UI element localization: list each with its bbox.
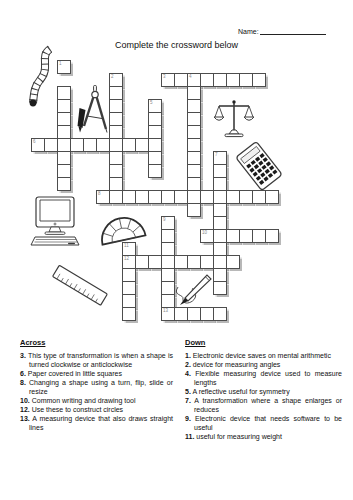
grid-cell[interactable] [174,307,188,321]
grid-cell[interactable] [213,190,227,204]
grid-cell[interactable] [213,242,227,256]
clue-item: 10. Common writing and drawing tool [20,396,173,405]
grid-cell[interactable] [96,138,110,152]
grid-cell[interactable] [57,125,71,139]
tape-measure-icon [27,44,57,108]
grid-cell[interactable]: 1 [57,60,71,74]
clue-item: 8. Changing a shape using a turn, flip, … [20,378,173,396]
grid-cell[interactable] [226,229,240,243]
name-underline[interactable] [260,27,326,35]
grid-cell[interactable] [109,177,123,191]
grid-cell[interactable] [148,138,162,152]
grid-cell[interactable] [57,86,71,100]
grid-cell[interactable]: 10 [200,229,214,243]
name-label: Name: [238,28,259,35]
grid-cell[interactable] [187,177,201,191]
grid-cell[interactable] [83,138,97,152]
grid-cell[interactable] [57,112,71,126]
clue-item: 2. device for measuring angles [185,360,342,369]
grid-cell[interactable] [148,151,162,165]
balance-scales-icon [213,99,255,141]
grid-cell[interactable] [239,190,253,204]
grid-cell[interactable] [148,164,162,178]
grid-cell[interactable]: 13 [161,307,175,321]
clue-item: 5. A reflective useful for symmetry [185,387,342,396]
calculator-icon [237,141,281,191]
grid-cell[interactable] [213,229,227,243]
grid-cell[interactable]: 8 [96,190,110,204]
grid-cell[interactable] [57,177,71,191]
grid-cell[interactable]: 9 [161,216,175,230]
grid-cell[interactable] [135,255,149,269]
grid-cell[interactable] [109,190,123,204]
grid-cell[interactable] [213,73,227,87]
pen-icon [172,266,222,308]
grid-cell[interactable] [200,307,214,321]
grid-cell[interactable] [122,138,136,152]
grid-cell[interactable] [122,307,136,321]
cell-number: 12 [124,256,129,261]
grid-cell[interactable] [44,138,58,152]
down-clues: Down 1. Electronic device saves on menta… [185,338,342,441]
cell-number: 13 [163,308,168,313]
cell-number: 5 [150,100,153,105]
grid-cell[interactable] [265,229,279,243]
grid-cell[interactable] [57,151,71,165]
grid-cell[interactable] [187,99,201,113]
grid-cell[interactable] [148,255,162,269]
grid-cell[interactable] [252,73,266,87]
grid-cell[interactable] [200,190,214,204]
cell-number: 1 [59,61,62,66]
grid-cell[interactable] [265,190,279,204]
grid-cell[interactable] [161,229,175,243]
grid-cell[interactable] [57,164,71,178]
desktop-computer-icon [30,196,82,248]
cell-number: 9 [163,217,166,222]
clue-item: 9. Electronic device that needs software… [185,414,342,432]
drawing-compass-icon [76,85,114,137]
clue-item: 11. useful for measuring weight [185,432,342,441]
grid-cell[interactable] [135,190,149,204]
cell-number: 4 [189,74,192,79]
cell-number: 8 [98,191,101,196]
grid-cell[interactable] [187,203,201,217]
grid-cell[interactable] [57,138,71,152]
grid-cell[interactable] [239,73,253,87]
name-row: Name: [238,27,326,35]
grid-cell[interactable] [187,307,201,321]
grid-cell[interactable] [226,73,240,87]
grid-cell[interactable] [109,138,123,152]
grid-cell[interactable] [148,125,162,139]
grid-cell[interactable]: 3 [161,73,175,87]
clues-section: Across 3. This type of transformation is… [20,338,342,441]
down-heading: Down [185,338,342,347]
clue-item: 6. Paper covered in little squares [20,369,173,378]
grid-cell[interactable] [213,307,227,321]
grid-cell[interactable]: 12 [122,255,136,269]
grid-cell[interactable] [187,138,201,152]
cell-number: 2 [111,74,114,79]
down-clue-list: 1. Electronic device saves on mental ari… [185,351,342,441]
clue-item: 4. Flexible measuring device used to mea… [185,369,342,387]
grid-cell[interactable] [122,190,136,204]
clue-item: 3. This type of transformation is when a… [20,351,173,369]
cell-number: 7 [215,152,218,157]
grid-cell[interactable] [226,190,240,204]
grid-cell[interactable] [148,112,162,126]
grid-cell[interactable] [252,190,266,204]
grid-cell[interactable] [213,177,227,191]
across-heading: Across [20,338,173,347]
cell-number: 3 [163,74,166,79]
grid-cell[interactable] [213,203,227,217]
grid-cell[interactable] [187,164,201,178]
grid-cell[interactable] [161,242,175,256]
grid-cell[interactable] [135,138,149,152]
grid-cell[interactable]: 7 [213,151,227,165]
grid-cell[interactable] [187,190,201,204]
clue-item: 7. A transformation where a shape enlarg… [185,396,342,414]
grid-cell[interactable] [122,281,136,295]
grid-cell[interactable] [148,190,162,204]
grid-cell[interactable] [109,164,123,178]
grid-cell[interactable] [174,190,188,204]
grid-cell[interactable] [187,112,201,126]
grid-cell[interactable] [187,125,201,139]
cell-number: 10 [202,230,207,235]
protractor-icon [98,204,150,250]
grid-cell[interactable]: 6 [31,138,45,152]
across-clue-list: 3. This type of transformation is when a… [20,351,173,432]
grid-cell[interactable] [252,229,266,243]
grid-cell[interactable] [161,190,175,204]
clue-item: 12. Use these to construct circles [20,405,173,414]
grid-cell[interactable] [200,73,214,87]
grid-cell[interactable] [226,255,240,269]
grid-cell[interactable] [174,73,188,87]
grid-cell[interactable] [70,138,84,152]
ruler-icon [54,258,116,304]
grid-cell[interactable] [213,216,227,230]
grid-cell[interactable] [187,151,201,165]
grid-cell[interactable] [57,99,71,113]
grid-cell[interactable] [239,229,253,243]
clue-item: 13. A measuring device that also draws s… [20,414,173,432]
grid-cell[interactable] [213,164,227,178]
grid-cell[interactable] [122,294,136,308]
clue-item: 1. Electronic device saves on mental ari… [185,351,342,360]
grid-cell[interactable] [122,268,136,282]
grid-cell[interactable]: 4 [187,73,201,87]
across-clues: Across 3. This type of transformation is… [20,338,173,441]
grid-cell[interactable] [109,151,123,165]
grid-cell[interactable] [187,86,201,100]
grid-cell[interactable]: 5 [148,99,162,113]
cell-number: 6 [33,139,36,144]
